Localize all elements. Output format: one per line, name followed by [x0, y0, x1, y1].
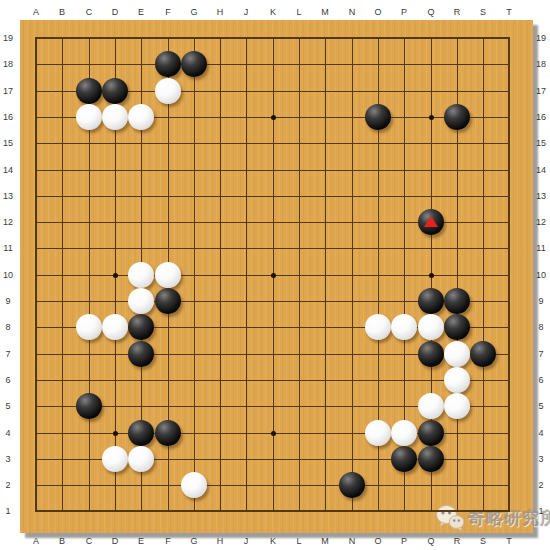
- col-label-top: P: [395, 6, 413, 18]
- black-stone: [102, 78, 128, 104]
- star-point: [271, 273, 276, 278]
- row-label-left: 8: [0, 321, 16, 333]
- star-point: [429, 273, 434, 278]
- star-point: [429, 115, 434, 120]
- col-label-bottom: S: [474, 535, 492, 547]
- row-label-right: 10: [532, 269, 550, 281]
- col-label-top: C: [80, 6, 98, 18]
- row-label-right: 4: [532, 427, 550, 439]
- star-point: [271, 431, 276, 436]
- star-point: [113, 273, 118, 278]
- black-stone: [444, 314, 470, 340]
- row-label-right: 7: [532, 348, 550, 360]
- row-label-right: 17: [532, 85, 550, 97]
- col-label-top: S: [474, 6, 492, 18]
- white-stone: [365, 420, 391, 446]
- grid-line-horizontal: [35, 380, 510, 381]
- col-label-top: B: [53, 6, 71, 18]
- white-stone: [76, 314, 102, 340]
- row-label-left: 17: [0, 85, 16, 97]
- white-stone: [418, 314, 444, 340]
- white-stone: [444, 367, 470, 393]
- row-label-right: 12: [532, 216, 550, 228]
- black-stone: [128, 341, 154, 367]
- white-stone: [128, 446, 154, 472]
- row-label-left: 1: [0, 505, 16, 517]
- black-stone: [418, 341, 444, 367]
- black-stone: [155, 51, 181, 77]
- black-stone: [181, 51, 207, 77]
- row-label-left: 16: [0, 111, 16, 123]
- col-label-top: J: [237, 6, 255, 18]
- col-label-bottom: T: [500, 535, 518, 547]
- row-label-left: 9: [0, 295, 16, 307]
- grid-line-vertical: [325, 37, 326, 512]
- wechat-icon: [435, 504, 465, 532]
- col-label-bottom: C: [80, 535, 98, 547]
- white-stone: [102, 314, 128, 340]
- col-label-top: A: [27, 6, 45, 18]
- col-label-top: M: [316, 6, 334, 18]
- white-stone: [128, 104, 154, 130]
- white-stone: [155, 78, 181, 104]
- row-label-right: 8: [532, 321, 550, 333]
- col-label-top: F: [159, 6, 177, 18]
- col-label-top: H: [211, 6, 229, 18]
- col-label-top: E: [132, 6, 150, 18]
- black-stone: [365, 104, 391, 130]
- white-stone: [444, 393, 470, 419]
- row-label-left: 18: [0, 58, 16, 70]
- grid-line-vertical: [299, 37, 300, 512]
- col-label-bottom: B: [53, 535, 71, 547]
- row-label-left: 19: [0, 32, 16, 44]
- white-stone: [102, 104, 128, 130]
- row-label-left: 6: [0, 374, 16, 386]
- col-label-bottom: N: [343, 535, 361, 547]
- white-stone: [76, 104, 102, 130]
- col-label-bottom: H: [211, 535, 229, 547]
- white-stone: [418, 393, 444, 419]
- row-label-left: 2: [0, 479, 16, 491]
- col-label-bottom: P: [395, 535, 413, 547]
- row-label-left: 4: [0, 427, 16, 439]
- black-stone: [418, 446, 444, 472]
- black-stone: [155, 420, 181, 446]
- grid-line-vertical: [508, 37, 510, 512]
- row-label-right: 11: [532, 242, 550, 254]
- grid-line-vertical: [352, 37, 353, 512]
- col-label-top: G: [185, 6, 203, 18]
- row-label-left: 15: [0, 137, 16, 149]
- col-label-top: N: [343, 6, 361, 18]
- row-label-right: 2: [532, 479, 550, 491]
- row-label-right: 18: [532, 58, 550, 70]
- col-label-bottom: E: [132, 535, 150, 547]
- black-stone: [76, 393, 102, 419]
- star-point: [271, 115, 276, 120]
- row-label-left: 13: [0, 190, 16, 202]
- col-label-bottom: J: [237, 535, 255, 547]
- black-stone: [418, 209, 444, 235]
- white-stone: [391, 420, 417, 446]
- col-label-bottom: M: [316, 535, 334, 547]
- col-label-bottom: G: [185, 535, 203, 547]
- row-label-right: 5: [532, 400, 550, 412]
- last-move-marker-triangle: [424, 216, 438, 227]
- col-label-bottom: A: [27, 535, 45, 547]
- star-point: [113, 431, 118, 436]
- row-label-left: 12: [0, 216, 16, 228]
- row-label-left: 10: [0, 269, 16, 281]
- row-label-right: 14: [532, 164, 550, 176]
- black-stone: [444, 288, 470, 314]
- row-label-left: 3: [0, 453, 16, 465]
- row-label-right: 15: [532, 137, 550, 149]
- col-label-bottom: R: [448, 535, 466, 547]
- black-stone: [470, 341, 496, 367]
- row-label-left: 5: [0, 400, 16, 412]
- col-label-top: T: [500, 6, 518, 18]
- row-label-left: 7: [0, 348, 16, 360]
- row-label-right: 16: [532, 111, 550, 123]
- col-label-bottom: O: [369, 535, 387, 547]
- black-stone: [339, 472, 365, 498]
- col-label-top: K: [264, 6, 282, 18]
- white-stone: [128, 288, 154, 314]
- row-label-right: 3: [532, 453, 550, 465]
- black-stone: [444, 104, 470, 130]
- col-label-bottom: K: [264, 535, 282, 547]
- row-label-right: 6: [532, 374, 550, 386]
- grid-line-horizontal: [35, 485, 510, 486]
- col-label-top: R: [448, 6, 466, 18]
- go-diagram-page: 奇略研究所 AABBCCDDEEFFGGHHJJKKLLMMNNOOPPQQRR…: [0, 0, 550, 550]
- grid-line-vertical: [483, 37, 484, 512]
- white-stone: [128, 262, 154, 288]
- col-label-top: O: [369, 6, 387, 18]
- white-stone: [365, 314, 391, 340]
- grid-line-horizontal: [35, 510, 510, 512]
- white-stone: [102, 446, 128, 472]
- white-stone: [181, 472, 207, 498]
- row-label-right: 19: [532, 32, 550, 44]
- white-stone: [391, 314, 417, 340]
- black-stone: [391, 446, 417, 472]
- black-stone: [418, 420, 444, 446]
- col-label-top: L: [290, 6, 308, 18]
- col-label-top: Q: [422, 6, 440, 18]
- white-stone: [155, 262, 181, 288]
- black-stone: [128, 314, 154, 340]
- black-stone: [76, 78, 102, 104]
- col-label-bottom: Q: [422, 535, 440, 547]
- row-label-right: 9: [532, 295, 550, 307]
- row-label-left: 11: [0, 242, 16, 254]
- row-label-left: 14: [0, 164, 16, 176]
- row-label-right: 1: [532, 505, 550, 517]
- col-label-bottom: F: [159, 535, 177, 547]
- col-label-top: D: [106, 6, 124, 18]
- black-stone: [155, 288, 181, 314]
- row-label-right: 13: [532, 190, 550, 202]
- white-stone: [444, 341, 470, 367]
- black-stone: [128, 420, 154, 446]
- black-stone: [418, 288, 444, 314]
- col-label-bottom: D: [106, 535, 124, 547]
- col-label-bottom: L: [290, 535, 308, 547]
